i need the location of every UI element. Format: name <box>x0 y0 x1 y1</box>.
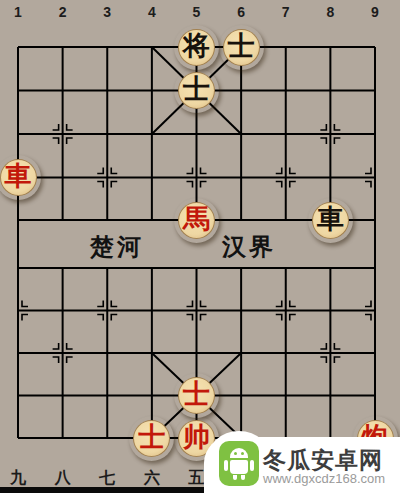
file-label-bottom-5: 五 <box>189 468 205 489</box>
file-label-top-1: 1 <box>14 4 22 20</box>
file-label-top-2: 2 <box>59 4 67 20</box>
piece-face: 士 <box>223 29 260 66</box>
file-label-top-9: 9 <box>371 4 379 20</box>
robot-eye-right <box>241 452 244 455</box>
file-label-bottom-3: 七 <box>99 468 115 489</box>
file-label-bottom-4: 六 <box>144 468 160 489</box>
river-label-chu-he: 楚河 <box>90 231 144 263</box>
watermark-site-url: www.dgxcdz168.com <box>263 471 385 486</box>
robot-eye-left <box>234 452 237 455</box>
robot-head <box>230 448 248 458</box>
piece-red-advisor-2[interactable]: 士 <box>129 416 174 461</box>
piece-face: 将 <box>178 29 215 66</box>
xiangqi-app-screenshot: 123456789 九八七六五 楚河 汉界 将士士車馬車士帅士炮 冬瓜安卓网 w… <box>0 0 400 493</box>
robot-arm-right <box>250 460 254 471</box>
piece-glyph-red-advisor-2: 士 <box>138 424 165 451</box>
piece-glyph-black-general: 将 <box>183 33 210 60</box>
robot-leg-right <box>241 475 245 480</box>
piece-glyph-red-advisor-1: 士 <box>183 381 210 408</box>
file-label-top-8: 8 <box>326 4 334 20</box>
robot-body <box>230 460 248 474</box>
file-label-top-4: 4 <box>148 4 156 20</box>
piece-black-general[interactable]: 将 <box>174 25 219 70</box>
piece-glyph-black-advisor-1: 士 <box>228 33 255 60</box>
piece-glyph-black-advisor-2: 士 <box>183 76 210 103</box>
piece-glyph-red-horse: 馬 <box>183 206 210 233</box>
piece-glyph-red-chariot: 車 <box>5 163 32 190</box>
robot-arm-left <box>224 460 228 471</box>
file-label-top-3: 3 <box>103 4 111 20</box>
piece-red-horse[interactable]: 馬 <box>174 198 219 243</box>
file-label-top-7: 7 <box>282 4 290 20</box>
piece-face: 車 <box>312 202 349 239</box>
piece-black-chariot[interactable]: 車 <box>308 198 353 243</box>
piece-red-advisor-1[interactable]: 士 <box>174 373 219 418</box>
piece-face: 車 <box>0 159 37 196</box>
piece-face: 士 <box>178 72 215 109</box>
robot-leg-left <box>233 475 237 480</box>
piece-face: 馬 <box>178 202 215 239</box>
piece-glyph-black-chariot: 車 <box>317 206 344 233</box>
android-robot-icon <box>219 441 259 486</box>
piece-black-advisor-2[interactable]: 士 <box>174 68 219 113</box>
piece-glyph-red-general: 帅 <box>183 424 210 451</box>
piece-black-advisor-1[interactable]: 士 <box>219 25 264 70</box>
river-label-han-jie: 汉界 <box>222 231 276 263</box>
piece-face: 士 <box>178 377 215 414</box>
file-label-top-5: 5 <box>193 4 201 20</box>
piece-red-chariot[interactable]: 車 <box>0 155 41 200</box>
piece-face: 士 <box>133 420 170 457</box>
file-label-bottom-1: 九 <box>10 468 26 489</box>
file-label-top-6: 6 <box>237 4 245 20</box>
file-label-bottom-2: 八 <box>55 468 71 489</box>
